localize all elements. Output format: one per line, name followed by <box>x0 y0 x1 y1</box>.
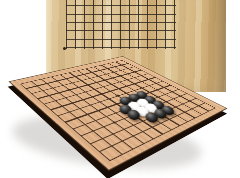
product-photo-scene <box>0 0 240 178</box>
black-stone <box>153 100 165 110</box>
black-stone <box>145 111 158 123</box>
star-point <box>118 75 122 77</box>
white-stone <box>128 101 140 111</box>
white-stone <box>145 103 157 113</box>
star-point <box>112 121 118 124</box>
black-stone <box>120 96 132 106</box>
foreground-board-wrapper <box>31 8 205 178</box>
white-stone <box>137 98 149 108</box>
black-stone <box>128 93 139 102</box>
black-stone <box>145 95 157 105</box>
black-stone <box>119 104 131 115</box>
foreground-board-grid-lines <box>20 60 216 161</box>
black-stone <box>162 105 175 116</box>
star-point <box>164 100 169 102</box>
star-point <box>115 95 120 97</box>
black-stone <box>127 109 139 120</box>
white-stone <box>137 106 149 117</box>
black-stone <box>154 108 167 119</box>
star-point <box>67 89 72 91</box>
